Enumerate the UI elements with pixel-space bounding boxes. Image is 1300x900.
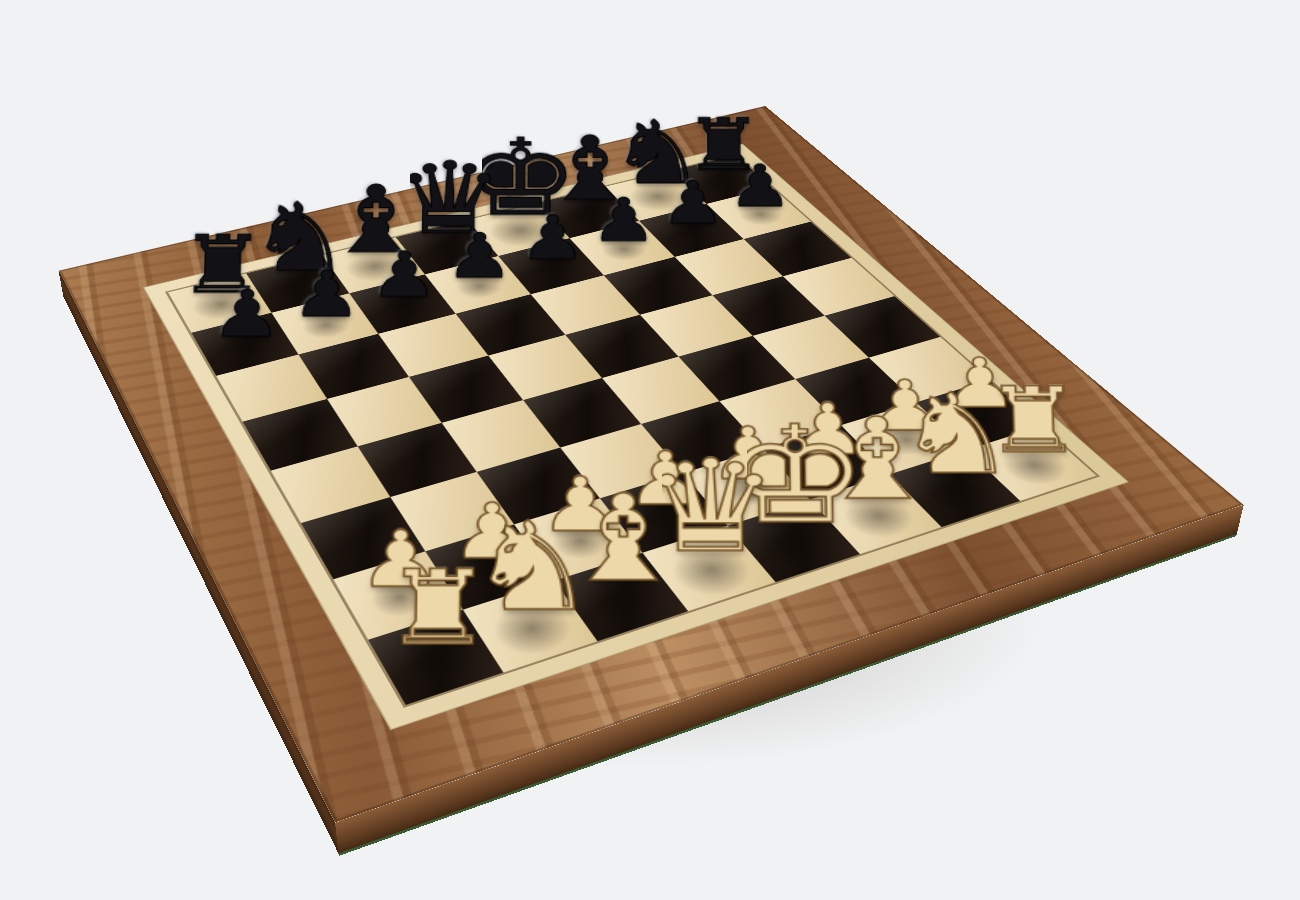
photo-backdrop: ♜♞♝♛♚♝♞♜♟♟♟♟♟♟♟♟♟♟♟♟♟♟♟♟♜♞♝♛♚♝♞♜ xyxy=(0,0,1300,900)
chess-board: ♜♞♝♛♚♝♞♜♟♟♟♟♟♟♟♟♟♟♟♟♟♟♟♟♜♞♝♛♚♝♞♜ xyxy=(59,106,1244,823)
